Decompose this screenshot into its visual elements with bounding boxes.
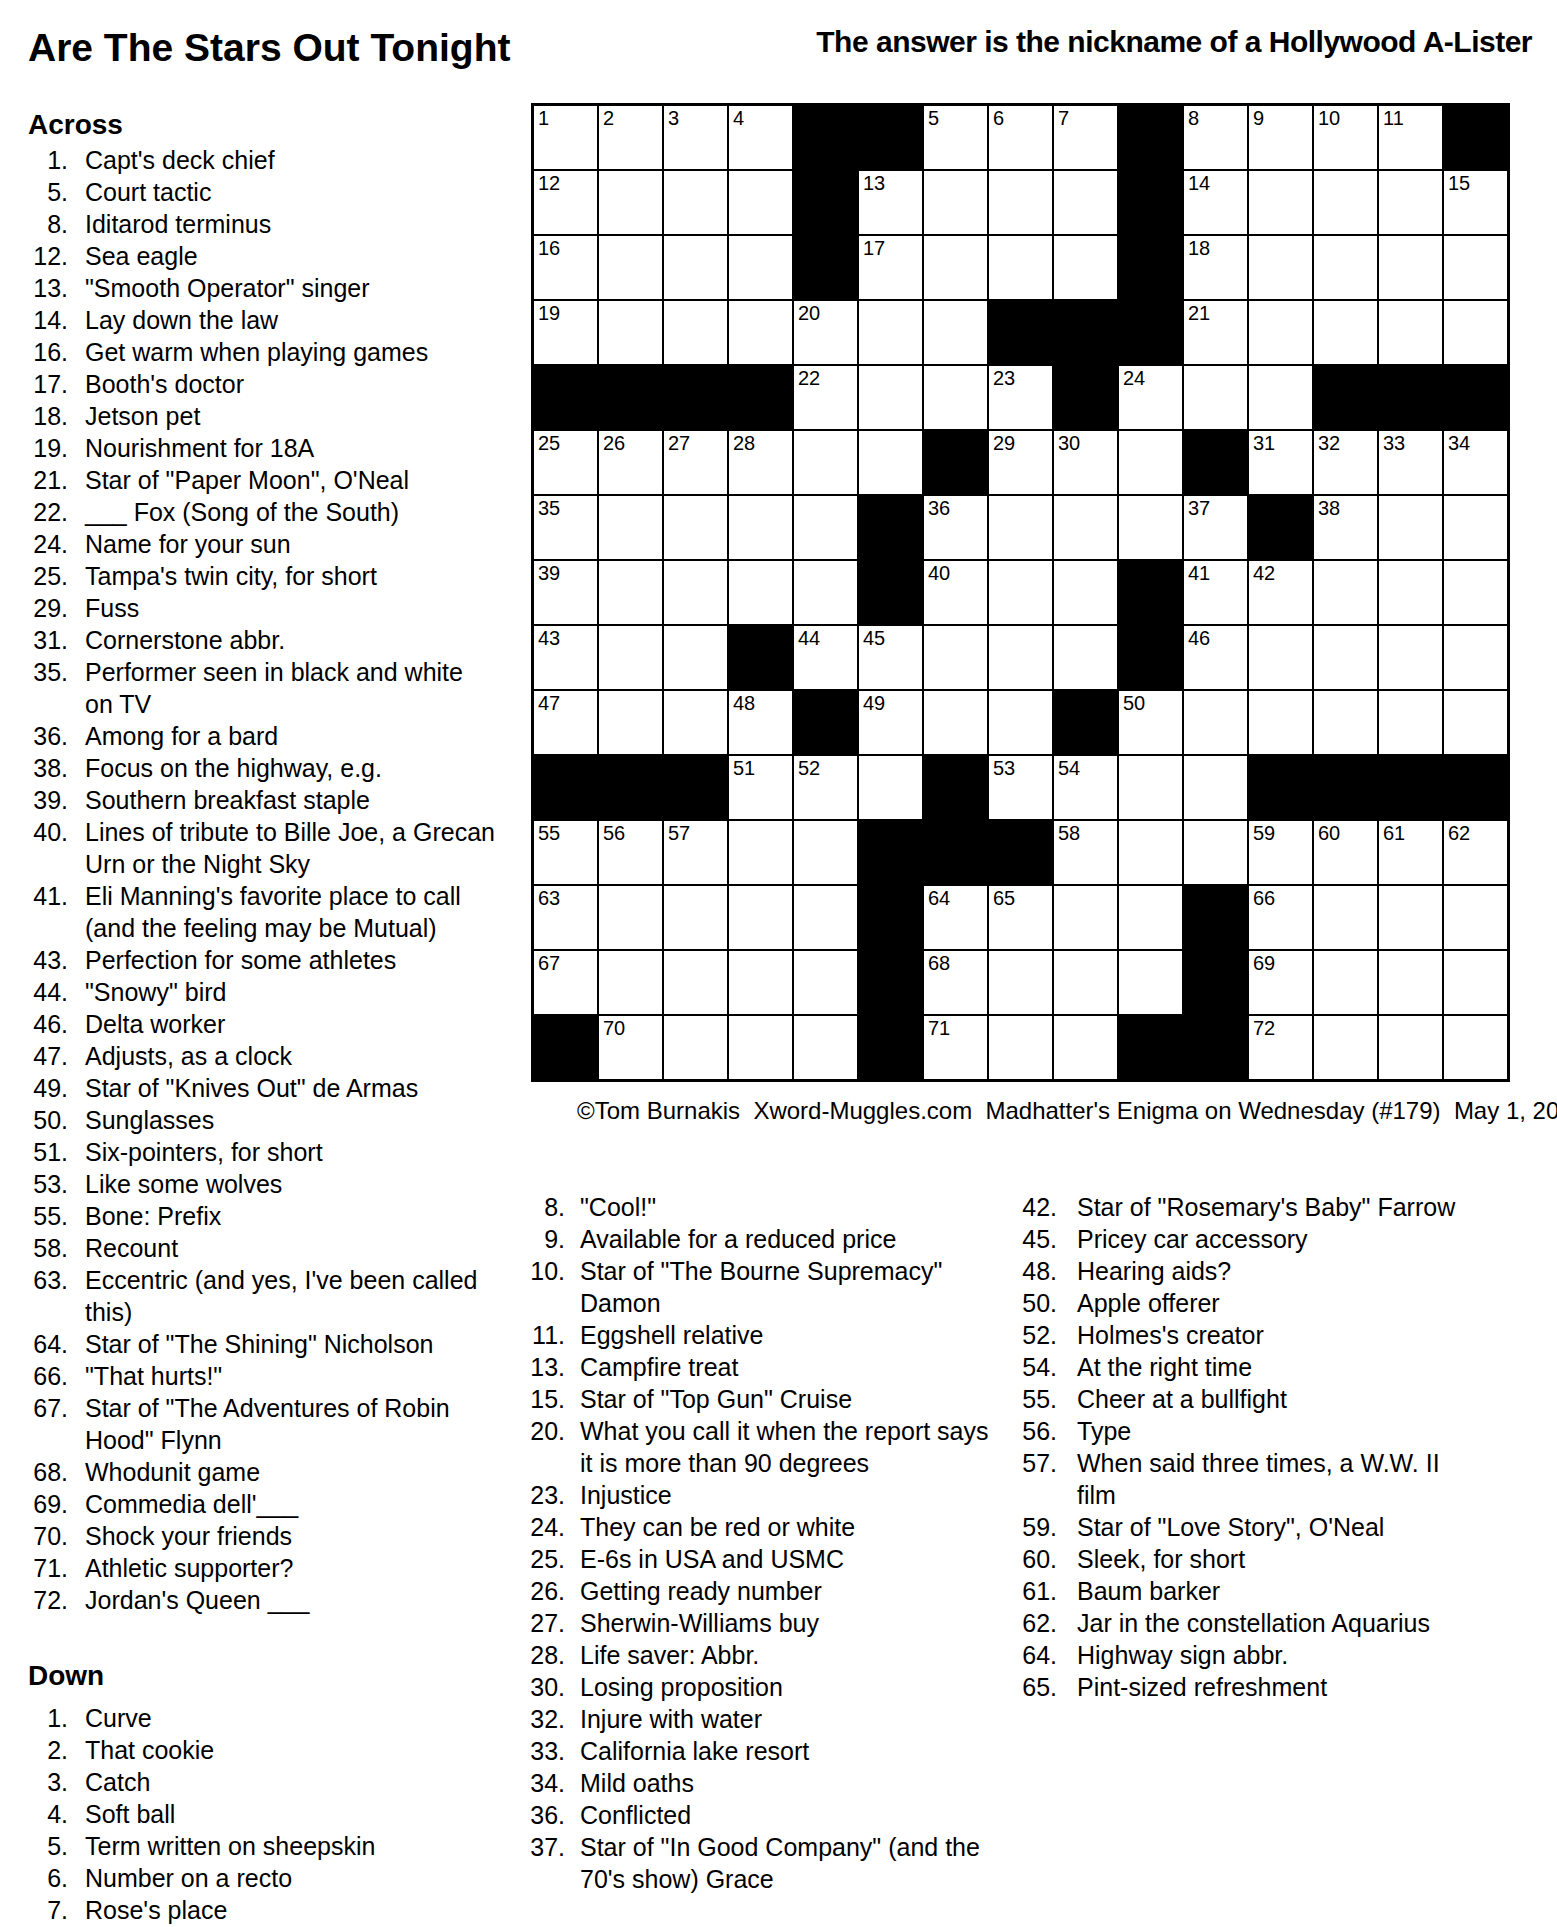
letter-cell[interactable] bbox=[793, 430, 858, 495]
clue-item: 64.Highway sign abbr. bbox=[1022, 1639, 1547, 1671]
cell-number: 38 bbox=[1318, 497, 1340, 519]
cell-number: 50 bbox=[1123, 692, 1145, 714]
letter-cell[interactable] bbox=[663, 495, 728, 560]
cell-number: 44 bbox=[798, 627, 820, 649]
letter-cell[interactable]: 23 bbox=[988, 365, 1053, 430]
letter-cell[interactable] bbox=[1248, 235, 1313, 300]
letter-cell[interactable] bbox=[728, 1015, 793, 1080]
letter-cell[interactable] bbox=[598, 560, 663, 625]
letter-cell[interactable] bbox=[1248, 690, 1313, 755]
letter-cell[interactable] bbox=[1183, 690, 1248, 755]
block-cell bbox=[793, 690, 858, 755]
clue-item: 36.Among for a bard bbox=[28, 720, 533, 752]
letter-cell[interactable] bbox=[728, 300, 793, 365]
letter-cell[interactable]: 35 bbox=[533, 495, 598, 560]
letter-cell[interactable] bbox=[598, 170, 663, 235]
letter-cell[interactable] bbox=[793, 950, 858, 1015]
block-cell bbox=[988, 300, 1053, 365]
letter-cell[interactable]: 18 bbox=[1183, 235, 1248, 300]
letter-cell[interactable] bbox=[1053, 1015, 1118, 1080]
clue-text: Star of "Love Story", O'Neal bbox=[1077, 1511, 1532, 1543]
cell-number: 4 bbox=[733, 107, 744, 129]
letter-cell[interactable]: 48 bbox=[728, 690, 793, 755]
letter-cell[interactable] bbox=[598, 300, 663, 365]
block-cell bbox=[1053, 300, 1118, 365]
clue-number: 53. bbox=[28, 1168, 68, 1200]
clue-number: 9. bbox=[530, 1223, 565, 1255]
letter-cell[interactable] bbox=[988, 950, 1053, 1015]
letter-cell[interactable] bbox=[1183, 820, 1248, 885]
clue-number: 54. bbox=[1022, 1351, 1057, 1383]
letter-cell[interactable] bbox=[793, 885, 858, 950]
clue-number: 24. bbox=[28, 528, 68, 560]
letter-cell[interactable]: 64 bbox=[923, 885, 988, 950]
block-cell bbox=[1378, 755, 1443, 820]
letter-cell[interactable]: 50 bbox=[1118, 690, 1183, 755]
cell-number: 6 bbox=[993, 107, 1004, 129]
clue-number: 60. bbox=[1022, 1543, 1057, 1575]
letter-cell[interactable] bbox=[1313, 625, 1378, 690]
letter-cell[interactable] bbox=[1443, 1015, 1508, 1080]
cell-number: 63 bbox=[538, 887, 560, 909]
clue-number: 27. bbox=[530, 1607, 565, 1639]
letter-cell[interactable] bbox=[728, 885, 793, 950]
letter-cell[interactable]: 37 bbox=[1183, 495, 1248, 560]
clue-text: Bone: Prefix bbox=[85, 1200, 517, 1232]
letter-cell[interactable]: 25 bbox=[533, 430, 598, 495]
letter-cell[interactable] bbox=[988, 560, 1053, 625]
letter-cell[interactable] bbox=[988, 170, 1053, 235]
block-cell bbox=[1183, 885, 1248, 950]
clue-number: 6. bbox=[28, 1862, 68, 1894]
cell-number: 20 bbox=[798, 302, 820, 324]
letter-cell[interactable] bbox=[1313, 300, 1378, 365]
letter-cell[interactable] bbox=[663, 235, 728, 300]
letter-cell[interactable] bbox=[1248, 625, 1313, 690]
letter-cell[interactable] bbox=[1313, 560, 1378, 625]
clue-number: 34. bbox=[530, 1767, 565, 1799]
letter-cell[interactable] bbox=[1313, 950, 1378, 1015]
letter-cell[interactable] bbox=[1313, 1015, 1378, 1080]
letter-cell[interactable]: 21 bbox=[1183, 300, 1248, 365]
letter-cell[interactable]: 2 bbox=[598, 105, 663, 170]
letter-cell[interactable]: 46 bbox=[1183, 625, 1248, 690]
block-cell bbox=[1248, 755, 1313, 820]
letter-cell[interactable]: 12 bbox=[533, 170, 598, 235]
letter-cell[interactable] bbox=[663, 690, 728, 755]
letter-cell[interactable]: 28 bbox=[728, 430, 793, 495]
block-cell bbox=[1378, 365, 1443, 430]
letter-cell[interactable]: 24 bbox=[1118, 365, 1183, 430]
letter-cell[interactable] bbox=[663, 300, 728, 365]
letter-cell[interactable] bbox=[728, 560, 793, 625]
clue-item: 44."Snowy" bird bbox=[28, 976, 533, 1008]
clue-item: 25.E-6s in USA and USMC bbox=[530, 1543, 1032, 1575]
cell-number: 23 bbox=[993, 367, 1015, 389]
letter-cell[interactable] bbox=[1313, 690, 1378, 755]
letter-cell[interactable]: 5 bbox=[923, 105, 988, 170]
letter-cell[interactable]: 14 bbox=[1183, 170, 1248, 235]
clue-number: 40. bbox=[28, 816, 68, 848]
letter-cell[interactable]: 42 bbox=[1248, 560, 1313, 625]
letter-cell[interactable]: 58 bbox=[1053, 820, 1118, 885]
cell-number: 3 bbox=[668, 107, 679, 129]
letter-cell[interactable] bbox=[1378, 300, 1443, 365]
letter-cell[interactable]: 8 bbox=[1183, 105, 1248, 170]
letter-cell[interactable] bbox=[1118, 430, 1183, 495]
letter-cell[interactable] bbox=[1313, 170, 1378, 235]
cell-number: 28 bbox=[733, 432, 755, 454]
clue-item: 11.Eggshell relative bbox=[530, 1319, 1032, 1351]
clue-item: 62.Jar in the constellation Aquarius bbox=[1022, 1607, 1547, 1639]
letter-cell[interactable] bbox=[1053, 625, 1118, 690]
clue-text: Getting ready number bbox=[580, 1575, 1018, 1607]
letter-cell[interactable]: 40 bbox=[923, 560, 988, 625]
block-cell bbox=[663, 365, 728, 430]
letter-cell[interactable] bbox=[728, 235, 793, 300]
letter-cell[interactable]: 22 bbox=[793, 365, 858, 430]
letter-cell[interactable] bbox=[1313, 885, 1378, 950]
letter-cell[interactable] bbox=[988, 690, 1053, 755]
block-cell bbox=[923, 820, 988, 885]
clue-item: 33.California lake resort bbox=[530, 1735, 1032, 1767]
block-cell bbox=[598, 365, 663, 430]
letter-cell[interactable] bbox=[858, 430, 923, 495]
clue-item: 41.Eli Manning's favorite place to call … bbox=[28, 880, 533, 944]
letter-cell[interactable]: 72 bbox=[1248, 1015, 1313, 1080]
letter-cell[interactable] bbox=[793, 1015, 858, 1080]
block-cell bbox=[923, 430, 988, 495]
letter-cell[interactable]: 26 bbox=[598, 430, 663, 495]
clue-number: 65. bbox=[1022, 1671, 1057, 1703]
letter-cell[interactable] bbox=[1053, 950, 1118, 1015]
letter-cell[interactable] bbox=[598, 495, 663, 560]
letter-cell[interactable] bbox=[598, 885, 663, 950]
cell-number: 40 bbox=[928, 562, 950, 584]
letter-cell[interactable] bbox=[1443, 950, 1508, 1015]
letter-cell[interactable]: 59 bbox=[1248, 820, 1313, 885]
clue-text: Iditarod terminus bbox=[85, 208, 517, 240]
clue-item: 50.Sunglasses bbox=[28, 1104, 533, 1136]
letter-cell[interactable] bbox=[988, 625, 1053, 690]
letter-cell[interactable]: 11 bbox=[1378, 105, 1443, 170]
letter-cell[interactable]: 20 bbox=[793, 300, 858, 365]
clue-item: 51.Six-pointers, for short bbox=[28, 1136, 533, 1168]
letter-cell[interactable] bbox=[663, 170, 728, 235]
cell-number: 15 bbox=[1448, 172, 1470, 194]
letter-cell[interactable] bbox=[1248, 170, 1313, 235]
clue-number: 66. bbox=[28, 1360, 68, 1392]
cell-number: 7 bbox=[1058, 107, 1069, 129]
letter-cell[interactable]: 19 bbox=[533, 300, 598, 365]
cell-number: 29 bbox=[993, 432, 1015, 454]
letter-cell[interactable]: 56 bbox=[598, 820, 663, 885]
clue-item: 39.Southern breakfast staple bbox=[28, 784, 533, 816]
letter-cell[interactable] bbox=[1053, 170, 1118, 235]
letter-cell[interactable]: 34 bbox=[1443, 430, 1508, 495]
letter-cell[interactable] bbox=[1183, 365, 1248, 430]
letter-cell[interactable] bbox=[1313, 235, 1378, 300]
letter-cell[interactable]: 39 bbox=[533, 560, 598, 625]
letter-cell[interactable] bbox=[663, 625, 728, 690]
clue-number: 59. bbox=[1022, 1511, 1057, 1543]
letter-cell[interactable] bbox=[1053, 885, 1118, 950]
clue-item: 14.Lay down the law bbox=[28, 304, 533, 336]
block-cell bbox=[663, 755, 728, 820]
clue-item: 6.Number on a recto bbox=[28, 1862, 533, 1894]
letter-cell[interactable] bbox=[1378, 625, 1443, 690]
letter-cell[interactable]: 16 bbox=[533, 235, 598, 300]
cell-number: 42 bbox=[1253, 562, 1275, 584]
letter-cell[interactable]: 29 bbox=[988, 430, 1053, 495]
clue-item: 35.Performer seen in black and white on … bbox=[28, 656, 533, 720]
clue-number: 64. bbox=[28, 1328, 68, 1360]
letter-cell[interactable] bbox=[793, 495, 858, 560]
clue-number: 42. bbox=[1022, 1191, 1057, 1223]
clue-number: 33. bbox=[530, 1735, 565, 1767]
letter-cell[interactable] bbox=[1248, 300, 1313, 365]
letter-cell[interactable] bbox=[1443, 690, 1508, 755]
letter-cell[interactable]: 45 bbox=[858, 625, 923, 690]
letter-cell[interactable] bbox=[923, 300, 988, 365]
letter-cell[interactable] bbox=[728, 820, 793, 885]
clue-number: 5. bbox=[28, 1830, 68, 1862]
block-cell bbox=[533, 1015, 598, 1080]
letter-cell[interactable]: 33 bbox=[1378, 430, 1443, 495]
letter-cell[interactable] bbox=[1378, 1015, 1443, 1080]
letter-cell[interactable]: 38 bbox=[1313, 495, 1378, 560]
clue-text: Capt's deck chief bbox=[85, 144, 517, 176]
letter-cell[interactable] bbox=[1118, 950, 1183, 1015]
clue-number: 70. bbox=[28, 1520, 68, 1552]
letter-cell[interactable] bbox=[858, 300, 923, 365]
letter-cell[interactable]: 71 bbox=[923, 1015, 988, 1080]
cell-number: 30 bbox=[1058, 432, 1080, 454]
letter-cell[interactable]: 53 bbox=[988, 755, 1053, 820]
cell-number: 66 bbox=[1253, 887, 1275, 909]
clue-text: Available for a reduced price bbox=[580, 1223, 1018, 1255]
letter-cell[interactable]: 54 bbox=[1053, 755, 1118, 820]
letter-cell[interactable]: 17 bbox=[858, 235, 923, 300]
across-header: Across bbox=[28, 106, 533, 144]
cell-number: 37 bbox=[1188, 497, 1210, 519]
clue-text: "That hurts!" bbox=[85, 1360, 517, 1392]
letter-cell[interactable] bbox=[1118, 885, 1183, 950]
letter-cell[interactable]: 7 bbox=[1053, 105, 1118, 170]
block-cell bbox=[1313, 755, 1378, 820]
clue-number: 43. bbox=[28, 944, 68, 976]
letter-cell[interactable]: 68 bbox=[923, 950, 988, 1015]
clue-number: 3. bbox=[28, 1766, 68, 1798]
letter-cell[interactable]: 31 bbox=[1248, 430, 1313, 495]
clue-text: Athletic supporter? bbox=[85, 1552, 517, 1584]
letter-cell[interactable]: 1 bbox=[533, 105, 598, 170]
letter-cell[interactable] bbox=[923, 365, 988, 430]
clue-number: 44. bbox=[28, 976, 68, 1008]
letter-cell[interactable]: 32 bbox=[1313, 430, 1378, 495]
letter-cell[interactable]: 27 bbox=[663, 430, 728, 495]
clue-text: At the right time bbox=[1077, 1351, 1532, 1383]
letter-cell[interactable]: 36 bbox=[923, 495, 988, 560]
clue-number: 50. bbox=[28, 1104, 68, 1136]
clue-item: 18.Jetson pet bbox=[28, 400, 533, 432]
letter-cell[interactable]: 65 bbox=[988, 885, 1053, 950]
clue-text: Rose's place bbox=[85, 1894, 517, 1926]
letter-cell[interactable] bbox=[1378, 690, 1443, 755]
clue-number: 35. bbox=[28, 656, 68, 688]
letter-cell[interactable]: 52 bbox=[793, 755, 858, 820]
clue-text: Shock your friends bbox=[85, 1520, 517, 1552]
clue-item: 43.Perfection for some athletes bbox=[28, 944, 533, 976]
cell-number: 62 bbox=[1448, 822, 1470, 844]
block-cell bbox=[1053, 690, 1118, 755]
letter-cell[interactable] bbox=[793, 820, 858, 885]
letter-cell[interactable]: 47 bbox=[533, 690, 598, 755]
letter-cell[interactable] bbox=[1443, 495, 1508, 560]
letter-cell[interactable] bbox=[1443, 300, 1508, 365]
letter-cell[interactable] bbox=[1378, 950, 1443, 1015]
letter-cell[interactable] bbox=[1378, 560, 1443, 625]
letter-cell[interactable]: 66 bbox=[1248, 885, 1313, 950]
letter-cell[interactable] bbox=[663, 560, 728, 625]
letter-cell[interactable]: 60 bbox=[1313, 820, 1378, 885]
letter-cell[interactable]: 61 bbox=[1378, 820, 1443, 885]
letter-cell[interactable]: 15 bbox=[1443, 170, 1508, 235]
letter-cell[interactable] bbox=[923, 625, 988, 690]
clue-number: 22. bbox=[28, 496, 68, 528]
letter-cell[interactable] bbox=[988, 495, 1053, 560]
clue-text: Number on a recto bbox=[85, 1862, 517, 1894]
letter-cell[interactable]: 70 bbox=[598, 1015, 663, 1080]
cell-number: 19 bbox=[538, 302, 560, 324]
letter-cell[interactable] bbox=[923, 690, 988, 755]
block-cell bbox=[858, 105, 923, 170]
letter-cell[interactable]: 13 bbox=[858, 170, 923, 235]
letter-cell[interactable] bbox=[793, 560, 858, 625]
letter-cell[interactable]: 41 bbox=[1183, 560, 1248, 625]
letter-cell[interactable] bbox=[1183, 755, 1248, 820]
letter-cell[interactable] bbox=[1378, 235, 1443, 300]
letter-cell[interactable] bbox=[1053, 495, 1118, 560]
cell-number: 69 bbox=[1253, 952, 1275, 974]
letter-cell[interactable] bbox=[923, 170, 988, 235]
clue-text: Injure with water bbox=[580, 1703, 1018, 1735]
clue-number: 36. bbox=[530, 1799, 565, 1831]
letter-cell[interactable] bbox=[1053, 235, 1118, 300]
letter-cell[interactable] bbox=[1378, 495, 1443, 560]
letter-cell[interactable]: 43 bbox=[533, 625, 598, 690]
letter-cell[interactable]: 30 bbox=[1053, 430, 1118, 495]
letter-cell[interactable]: 63 bbox=[533, 885, 598, 950]
letter-cell[interactable] bbox=[728, 495, 793, 560]
letter-cell[interactable] bbox=[1443, 625, 1508, 690]
clue-number: 39. bbox=[28, 784, 68, 816]
letter-cell[interactable] bbox=[598, 625, 663, 690]
letter-cell[interactable]: 51 bbox=[728, 755, 793, 820]
crossword-grid[interactable]: 1234567891011121314151617181920212223242… bbox=[531, 103, 1510, 1082]
letter-cell[interactable] bbox=[663, 1015, 728, 1080]
clue-number: 45. bbox=[1022, 1223, 1057, 1255]
clue-text: Sunglasses bbox=[85, 1104, 517, 1136]
letter-cell[interactable]: 6 bbox=[988, 105, 1053, 170]
letter-cell[interactable]: 67 bbox=[533, 950, 598, 1015]
clue-text: California lake resort bbox=[580, 1735, 1018, 1767]
clue-number: 55. bbox=[28, 1200, 68, 1232]
cell-number: 56 bbox=[603, 822, 625, 844]
clue-item: 34.Mild oaths bbox=[530, 1767, 1032, 1799]
letter-cell[interactable] bbox=[663, 885, 728, 950]
letter-cell[interactable]: 55 bbox=[533, 820, 598, 885]
letter-cell[interactable] bbox=[598, 950, 663, 1015]
clue-text: E-6s in USA and USMC bbox=[580, 1543, 1018, 1575]
letter-cell[interactable] bbox=[663, 950, 728, 1015]
letter-cell[interactable]: 49 bbox=[858, 690, 923, 755]
puzzle-subtitle: The answer is the nickname of a Hollywoo… bbox=[816, 27, 1532, 57]
letter-cell[interactable] bbox=[988, 235, 1053, 300]
clue-number: 50. bbox=[1022, 1287, 1057, 1319]
letter-cell[interactable] bbox=[1053, 560, 1118, 625]
cell-number: 60 bbox=[1318, 822, 1340, 844]
letter-cell[interactable] bbox=[858, 755, 923, 820]
letter-cell[interactable] bbox=[728, 950, 793, 1015]
letter-cell[interactable]: 10 bbox=[1313, 105, 1378, 170]
clue-item: 22.___ Fox (Song of the South) bbox=[28, 496, 533, 528]
clue-text: Soft ball bbox=[85, 1798, 517, 1830]
letter-cell[interactable]: 4 bbox=[728, 105, 793, 170]
letter-cell[interactable] bbox=[1118, 755, 1183, 820]
clue-number: 38. bbox=[28, 752, 68, 784]
letter-cell[interactable] bbox=[1443, 885, 1508, 950]
clue-item: 66."That hurts!" bbox=[28, 1360, 533, 1392]
clue-number: 28. bbox=[530, 1639, 565, 1671]
letter-cell[interactable] bbox=[1443, 560, 1508, 625]
letter-cell[interactable] bbox=[923, 235, 988, 300]
clue-number: 63. bbox=[28, 1264, 68, 1296]
letter-cell[interactable]: 69 bbox=[1248, 950, 1313, 1015]
letter-cell[interactable] bbox=[1118, 820, 1183, 885]
block-cell bbox=[1183, 950, 1248, 1015]
letter-cell[interactable] bbox=[598, 235, 663, 300]
letter-cell[interactable]: 9 bbox=[1248, 105, 1313, 170]
clue-text: Delta worker bbox=[85, 1008, 517, 1040]
clue-item: 13."Smooth Operator" singer bbox=[28, 272, 533, 304]
clue-item: 57.When said three times, a W.W. II film bbox=[1022, 1447, 1547, 1511]
letter-cell[interactable] bbox=[1248, 365, 1313, 430]
letter-cell[interactable]: 62 bbox=[1443, 820, 1508, 885]
letter-cell[interactable] bbox=[1378, 885, 1443, 950]
letter-cell[interactable] bbox=[858, 365, 923, 430]
letter-cell[interactable] bbox=[728, 170, 793, 235]
clue-text: Sherwin-Williams buy bbox=[580, 1607, 1018, 1639]
clue-number: 13. bbox=[530, 1351, 565, 1383]
letter-cell[interactable] bbox=[1118, 495, 1183, 560]
letter-cell[interactable] bbox=[988, 1015, 1053, 1080]
letter-cell[interactable] bbox=[598, 690, 663, 755]
clue-number: 68. bbox=[28, 1456, 68, 1488]
letter-cell[interactable]: 57 bbox=[663, 820, 728, 885]
clue-item: 37.Star of "In Good Company" (and the 70… bbox=[530, 1831, 1032, 1895]
clue-text: Jetson pet bbox=[85, 400, 517, 432]
clue-number: 14. bbox=[28, 304, 68, 336]
letter-cell[interactable] bbox=[1378, 170, 1443, 235]
clue-text: Tampa's twin city, for short bbox=[85, 560, 517, 592]
letter-cell[interactable]: 44 bbox=[793, 625, 858, 690]
clue-number: 20. bbox=[530, 1415, 565, 1447]
letter-cell[interactable]: 3 bbox=[663, 105, 728, 170]
letter-cell[interactable] bbox=[1443, 235, 1508, 300]
clue-item: 24.They can be red or white bbox=[530, 1511, 1032, 1543]
clue-number: 25. bbox=[530, 1543, 565, 1575]
